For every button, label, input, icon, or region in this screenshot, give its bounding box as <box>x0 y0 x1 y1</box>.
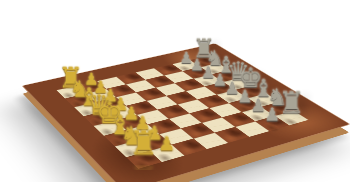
gold-rook-glyph: ♜ <box>119 127 169 160</box>
chess-board: ♜♜♞♞♝♝♛♛♚♚♝♝♞♞♜♜♟♟♟♟♟♟♟♟♟♟♟♟♟♟♟♟♟♟♟♟♟♟♟♟… <box>22 43 350 182</box>
piece-black-pawn-h7: ♟♟ <box>255 116 289 131</box>
board-burl-frame: ♜♜♞♞♝♝♛♛♚♚♝♝♞♞♜♜♟♟♟♟♟♟♟♟♟♟♟♟♟♟♟♟♟♟♟♟♟♟♟♟… <box>22 43 350 182</box>
chess-set-photo: ♜♜♞♞♝♝♛♛♚♚♝♝♞♞♜♜♟♟♟♟♟♟♟♟♟♟♟♟♟♟♟♟♟♟♟♟♟♟♟♟… <box>0 0 350 182</box>
silver-pawn-glyph: ♟ <box>249 106 295 124</box>
piece-white-rook-h1: ♜♜ <box>126 151 162 169</box>
